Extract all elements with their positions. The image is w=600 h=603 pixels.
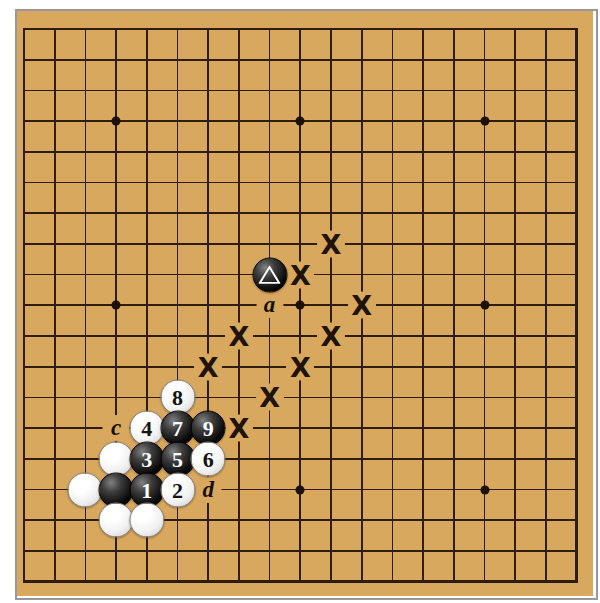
x-mark: X	[348, 292, 376, 319]
x-mark: X	[256, 384, 284, 411]
grid-line-vertical	[514, 28, 516, 583]
move-number: 4	[141, 412, 152, 445]
star-point	[296, 301, 305, 310]
star-point	[480, 117, 489, 126]
x-mark: X	[286, 261, 314, 288]
move-number: 2	[172, 473, 183, 506]
star-point	[112, 301, 121, 310]
move-number: 5	[172, 442, 183, 475]
x-mark: X	[194, 353, 222, 380]
move-number: 9	[203, 412, 214, 445]
x-mark: X	[225, 415, 253, 442]
white-stone: 6	[191, 441, 226, 476]
label-c: c	[103, 415, 130, 441]
x-mark: X	[286, 353, 314, 380]
x-mark: X	[225, 323, 253, 350]
star-point	[480, 301, 489, 310]
grid-line-vertical	[545, 28, 547, 583]
move-number: 3	[141, 442, 152, 475]
white-stone	[129, 503, 164, 538]
black-stone	[252, 257, 287, 292]
grid-line-vertical	[422, 28, 424, 583]
grid-line-horizontal	[23, 550, 578, 552]
grid-line-horizontal	[23, 335, 578, 337]
triangle-mark-icon	[259, 265, 281, 284]
x-mark: X	[317, 230, 345, 257]
grid-line-horizontal	[23, 397, 578, 399]
move-number: 1	[141, 473, 152, 506]
grid-line-vertical	[575, 28, 578, 583]
move-number: 6	[203, 442, 214, 475]
grid-line-vertical	[330, 28, 332, 583]
move-number: 7	[172, 412, 183, 445]
label-a: a	[256, 292, 283, 318]
go-board: XXXXXXXXXacd847935612	[17, 11, 593, 596]
star-point	[296, 485, 305, 494]
grid-line-vertical	[392, 28, 394, 583]
white-stone: 2	[160, 472, 195, 507]
star-point	[480, 485, 489, 494]
star-point	[296, 117, 305, 126]
go-diagram-page: XXXXXXXXXacd847935612	[0, 0, 600, 603]
star-point	[112, 117, 121, 126]
x-mark: X	[317, 323, 345, 350]
grid-line-horizontal	[23, 580, 578, 583]
grid-line-vertical	[453, 28, 455, 583]
move-number: 8	[172, 381, 183, 414]
label-d: d	[195, 477, 222, 503]
